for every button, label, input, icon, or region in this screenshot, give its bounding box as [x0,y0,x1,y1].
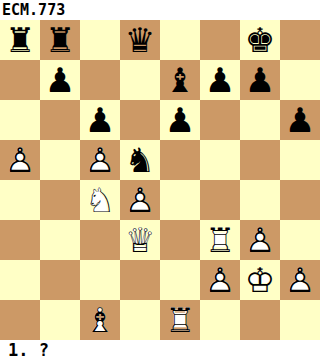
black-pawn[interactable]: ♟ [40,60,80,100]
white-knight[interactable]: ♞♘ [80,180,120,220]
square-b6[interactable] [40,100,80,140]
square-g5[interactable] [240,140,280,180]
square-e5[interactable] [160,140,200,180]
square-f1[interactable] [200,300,240,340]
square-h4[interactable] [280,180,320,220]
square-d4[interactable]: ♟♙ [120,180,160,220]
square-d7[interactable] [120,60,160,100]
square-a8[interactable]: ♜ [0,20,40,60]
black-rook[interactable]: ♜ [40,20,80,60]
black-pawn-glyph: ♟ [80,100,120,140]
square-h6[interactable]: ♟ [280,100,320,140]
black-king-glyph: ♚ [240,20,280,60]
black-pawn[interactable]: ♟ [200,60,240,100]
square-a2[interactable] [0,260,40,300]
black-rook-glyph: ♜ [40,20,80,60]
square-a3[interactable] [0,220,40,260]
square-d5[interactable]: ♞ [120,140,160,180]
square-b8[interactable]: ♜ [40,20,80,60]
black-pawn[interactable]: ♟ [240,60,280,100]
square-g8[interactable]: ♚ [240,20,280,60]
square-c2[interactable] [80,260,120,300]
square-d6[interactable] [120,100,160,140]
square-h7[interactable] [280,60,320,100]
square-b7[interactable]: ♟ [40,60,80,100]
black-knight-glyph: ♞ [120,140,160,180]
square-b5[interactable] [40,140,80,180]
white-queen[interactable]: ♛♕ [120,220,160,260]
chess-board[interactable]: ♜♜♛♚♟♝♟♟♟♟♟♟♙♟♙♞♞♘♟♙♛♕♜♖♟♙♟♙♚♔♟♙♝♗♜♖ [0,20,320,340]
black-king[interactable]: ♚ [240,20,280,60]
black-queen[interactable]: ♛ [120,20,160,60]
white-bishop[interactable]: ♝♗ [80,300,120,340]
square-g2[interactable]: ♚♔ [240,260,280,300]
square-e2[interactable] [160,260,200,300]
square-e1[interactable]: ♜♖ [160,300,200,340]
white-pawn-glyph: ♙ [200,260,240,300]
square-g1[interactable] [240,300,280,340]
square-a1[interactable] [0,300,40,340]
black-pawn-glyph: ♟ [280,100,320,140]
square-c6[interactable]: ♟ [80,100,120,140]
white-pawn[interactable]: ♟♙ [0,140,40,180]
square-c4[interactable]: ♞♘ [80,180,120,220]
square-a4[interactable] [0,180,40,220]
square-h2[interactable]: ♟♙ [280,260,320,300]
black-pawn[interactable]: ♟ [280,100,320,140]
square-g7[interactable]: ♟ [240,60,280,100]
black-pawn-glyph: ♟ [40,60,80,100]
white-pawn-glyph: ♙ [240,220,280,260]
square-f5[interactable] [200,140,240,180]
square-c7[interactable] [80,60,120,100]
white-rook[interactable]: ♜♖ [160,300,200,340]
black-rook[interactable]: ♜ [0,20,40,60]
square-e7[interactable]: ♝ [160,60,200,100]
square-h3[interactable] [280,220,320,260]
square-d2[interactable] [120,260,160,300]
black-rook-glyph: ♜ [0,20,40,60]
white-pawn[interactable]: ♟♙ [80,140,120,180]
white-pawn[interactable]: ♟♙ [240,220,280,260]
square-f4[interactable] [200,180,240,220]
square-c8[interactable] [80,20,120,60]
square-d8[interactable]: ♛ [120,20,160,60]
square-f3[interactable]: ♜♖ [200,220,240,260]
square-e3[interactable] [160,220,200,260]
square-c5[interactable]: ♟♙ [80,140,120,180]
square-h8[interactable] [280,20,320,60]
white-king-glyph: ♔ [240,260,280,300]
square-e6[interactable]: ♟ [160,100,200,140]
black-queen-glyph: ♛ [120,20,160,60]
white-knight-glyph: ♘ [80,180,120,220]
chess-puzzle-window: ECM.773 ♜♜♛♚♟♝♟♟♟♟♟♟♙♟♙♞♞♘♟♙♛♕♜♖♟♙♟♙♚♔♟♙… [0,0,320,360]
square-b3[interactable] [40,220,80,260]
square-f2[interactable]: ♟♙ [200,260,240,300]
square-g3[interactable]: ♟♙ [240,220,280,260]
square-g4[interactable] [240,180,280,220]
black-pawn-glyph: ♟ [160,100,200,140]
white-rook-glyph: ♖ [200,220,240,260]
black-pawn[interactable]: ♟ [80,100,120,140]
move-prompt: 1. ? [0,340,320,360]
white-pawn-glyph: ♙ [280,260,320,300]
square-c1[interactable]: ♝♗ [80,300,120,340]
white-king[interactable]: ♚♔ [240,260,280,300]
square-f7[interactable]: ♟ [200,60,240,100]
square-a6[interactable] [0,100,40,140]
square-e4[interactable] [160,180,200,220]
puzzle-id-label: ECM.773 [0,0,320,20]
square-f8[interactable] [200,20,240,60]
square-h1[interactable] [280,300,320,340]
square-f6[interactable] [200,100,240,140]
white-pawn[interactable]: ♟♙ [120,180,160,220]
square-h5[interactable] [280,140,320,180]
square-c3[interactable] [80,220,120,260]
white-rook[interactable]: ♜♖ [200,220,240,260]
square-a5[interactable]: ♟♙ [0,140,40,180]
square-d3[interactable]: ♛♕ [120,220,160,260]
square-b2[interactable] [40,260,80,300]
black-pawn[interactable]: ♟ [160,100,200,140]
square-a7[interactable] [0,60,40,100]
black-bishop-glyph: ♝ [160,60,200,100]
black-pawn-glyph: ♟ [240,60,280,100]
black-pawn-glyph: ♟ [200,60,240,100]
square-g6[interactable] [240,100,280,140]
white-pawn[interactable]: ♟♙ [280,260,320,300]
white-queen-glyph: ♕ [120,220,160,260]
white-pawn-glyph: ♙ [120,180,160,220]
square-b4[interactable] [40,180,80,220]
white-pawn-glyph: ♙ [0,140,40,180]
white-bishop-glyph: ♗ [80,300,120,340]
black-knight[interactable]: ♞ [120,140,160,180]
square-b1[interactable] [40,300,80,340]
white-pawn-glyph: ♙ [80,140,120,180]
white-pawn[interactable]: ♟♙ [200,260,240,300]
square-e8[interactable] [160,20,200,60]
black-bishop[interactable]: ♝ [160,60,200,100]
square-d1[interactable] [120,300,160,340]
white-rook-glyph: ♖ [160,300,200,340]
